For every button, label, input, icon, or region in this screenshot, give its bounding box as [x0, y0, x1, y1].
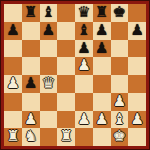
square-h4[interactable]: [128, 75, 146, 93]
black-rook-piece: ♜: [95, 4, 108, 21]
square-g7[interactable]: [111, 22, 129, 40]
square-h3[interactable]: [128, 93, 146, 111]
black-pawn-piece: ♟: [77, 40, 90, 57]
square-e4[interactable]: [75, 75, 93, 93]
square-f5[interactable]: [93, 57, 111, 75]
square-d6[interactable]: [57, 40, 75, 58]
square-g5[interactable]: [111, 57, 129, 75]
white-rook-piece: ♜: [59, 128, 72, 145]
square-b2[interactable]: ♟: [22, 111, 40, 129]
square-f8[interactable]: ♜: [93, 4, 111, 22]
square-d7[interactable]: [57, 22, 75, 40]
square-e3[interactable]: [75, 93, 93, 111]
square-c4[interactable]: ♛: [40, 75, 58, 93]
square-b3[interactable]: [22, 93, 40, 111]
white-pawn-piece: ♟: [95, 111, 108, 128]
square-d8[interactable]: [57, 4, 75, 22]
square-b1[interactable]: ♞: [22, 128, 40, 146]
square-a6[interactable]: [4, 40, 22, 58]
square-b8[interactable]: ♜: [22, 4, 40, 22]
white-pawn-piece: ♟: [6, 75, 19, 92]
square-e5[interactable]: ♟: [75, 57, 93, 75]
square-e6[interactable]: ♟: [75, 40, 93, 58]
square-a7[interactable]: ♟: [4, 22, 22, 40]
square-h8[interactable]: [128, 4, 146, 22]
square-h1[interactable]: [128, 128, 146, 146]
square-g1[interactable]: ♚: [111, 128, 129, 146]
square-c2[interactable]: [40, 111, 58, 129]
black-pawn-piece: ♟: [6, 22, 19, 39]
black-pawn-piece: ♟: [24, 75, 37, 92]
square-a2[interactable]: [4, 111, 22, 129]
black-pawn-piece: ♟: [95, 40, 108, 57]
white-bishop-piece: ♝: [113, 111, 126, 128]
square-e1[interactable]: [75, 128, 93, 146]
square-c8[interactable]: ♝: [40, 4, 58, 22]
square-c5[interactable]: [40, 57, 58, 75]
white-pawn-piece: ♟: [77, 111, 90, 128]
white-knight-piece: ♞: [24, 128, 37, 145]
square-f1[interactable]: [93, 128, 111, 146]
square-e7[interactable]: ♝: [75, 22, 93, 40]
black-pawn-piece: ♟: [95, 22, 108, 39]
black-bishop-piece: ♝: [42, 4, 55, 21]
square-c1[interactable]: [40, 128, 58, 146]
square-b5[interactable]: [22, 57, 40, 75]
square-f7[interactable]: ♟: [93, 22, 111, 40]
black-queen-piece: ♛: [77, 4, 90, 21]
black-king-piece: ♚: [113, 4, 126, 21]
black-pawn-piece: ♟: [42, 22, 55, 39]
square-a4[interactable]: ♟: [4, 75, 22, 93]
white-rook-piece: ♜: [6, 128, 19, 145]
black-bishop-piece: ♝: [77, 22, 90, 39]
square-c3[interactable]: [40, 93, 58, 111]
square-h2[interactable]: ♟: [128, 111, 146, 129]
square-a8[interactable]: [4, 4, 22, 22]
square-f6[interactable]: ♟: [93, 40, 111, 58]
white-pawn-piece: ♟: [113, 93, 126, 110]
square-d2[interactable]: [57, 111, 75, 129]
square-b6[interactable]: [22, 40, 40, 58]
square-f4[interactable]: [93, 75, 111, 93]
square-a1[interactable]: ♜: [4, 128, 22, 146]
square-b7[interactable]: [22, 22, 40, 40]
square-e2[interactable]: ♟: [75, 111, 93, 129]
square-a3[interactable]: [4, 93, 22, 111]
square-c7[interactable]: ♟: [40, 22, 58, 40]
chess-board-grid: ♜♝♛♜♚♟♟♝♟♟♟♟♟♟♟♛♟♟♟♟♝♟♜♞♜♚: [4, 4, 146, 146]
square-h5[interactable]: [128, 57, 146, 75]
white-pawn-piece: ♟: [77, 57, 90, 74]
square-f3[interactable]: [93, 93, 111, 111]
white-king-piece: ♚: [113, 128, 126, 145]
square-g6[interactable]: [111, 40, 129, 58]
square-d4[interactable]: [57, 75, 75, 93]
square-d1[interactable]: ♜: [57, 128, 75, 146]
white-pawn-piece: ♟: [130, 111, 143, 128]
square-c6[interactable]: [40, 40, 58, 58]
black-rook-piece: ♜: [24, 4, 37, 21]
square-h7[interactable]: ♟: [128, 22, 146, 40]
white-queen-piece: ♛: [42, 75, 55, 92]
black-pawn-piece: ♟: [130, 22, 143, 39]
chess-board: ♜♝♛♜♚♟♟♝♟♟♟♟♟♟♟♛♟♟♟♟♝♟♜♞♜♚: [0, 0, 150, 150]
white-pawn-piece: ♟: [24, 111, 37, 128]
square-g8[interactable]: ♚: [111, 4, 129, 22]
square-e8[interactable]: ♛: [75, 4, 93, 22]
square-d5[interactable]: [57, 57, 75, 75]
square-a5[interactable]: [4, 57, 22, 75]
square-f2[interactable]: ♟: [93, 111, 111, 129]
square-g2[interactable]: ♝: [111, 111, 129, 129]
square-g3[interactable]: ♟: [111, 93, 129, 111]
square-d3[interactable]: [57, 93, 75, 111]
square-b4[interactable]: ♟: [22, 75, 40, 93]
square-h6[interactable]: [128, 40, 146, 58]
square-g4[interactable]: [111, 75, 129, 93]
